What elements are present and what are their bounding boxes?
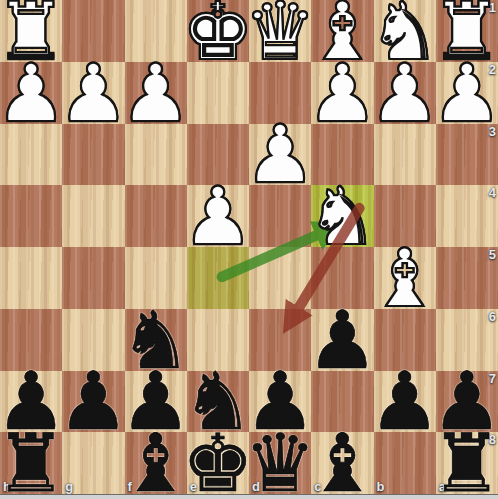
black-bishop-f8[interactable]: ♝ [125,433,187,495]
black-king-e8[interactable]: ♚ [187,433,249,495]
white-knight-c4[interactable]: ♞ [311,186,373,248]
square-h5[interactable] [0,247,62,309]
white-queen-d1[interactable]: ♛ [249,1,311,63]
white-pawn-g2[interactable]: ♟ [62,63,124,125]
chess-app: 1234567hgfedcb8a ♜♚♛♝♞♜♟♟♟♟♟♟♟♟♞♝♞♟♟♟♟♞♟… [0,0,498,499]
white-pawn-a2[interactable]: ♟ [436,63,498,125]
square-d5[interactable] [249,247,311,309]
rank-label-4: 4 [489,185,496,200]
square-a4[interactable]: 4 [436,185,498,247]
square-g4[interactable] [62,185,124,247]
black-queen-d8[interactable]: ♛ [249,433,311,495]
black-pawn-c6[interactable]: ♟ [311,310,373,372]
square-a5[interactable]: 5 [436,247,498,309]
white-pawn-f2[interactable]: ♟ [125,63,187,125]
black-pawn-b7[interactable]: ♟ [374,372,436,434]
black-pawn-g7[interactable]: ♟ [62,372,124,434]
white-pawn-c2[interactable]: ♟ [311,63,373,125]
white-pawn-b2[interactable]: ♟ [374,63,436,125]
square-f4[interactable] [125,185,187,247]
square-h4[interactable] [0,185,62,247]
white-bishop-b5[interactable]: ♝ [374,248,436,310]
white-pawn-e4[interactable]: ♟ [187,186,249,248]
black-rook-a8[interactable]: ♜ [436,433,498,495]
white-pawn-d3[interactable]: ♟ [249,125,311,187]
black-rook-h8[interactable]: ♜ [0,433,62,495]
rank-label-5: 5 [489,247,496,262]
rank-label-6: 6 [489,309,496,324]
black-bishop-c8[interactable]: ♝ [311,433,373,495]
bottom-strip [0,495,498,499]
square-g5[interactable] [62,247,124,309]
white-pawn-h2[interactable]: ♟ [0,63,62,125]
white-king-e1[interactable]: ♚ [187,1,249,63]
